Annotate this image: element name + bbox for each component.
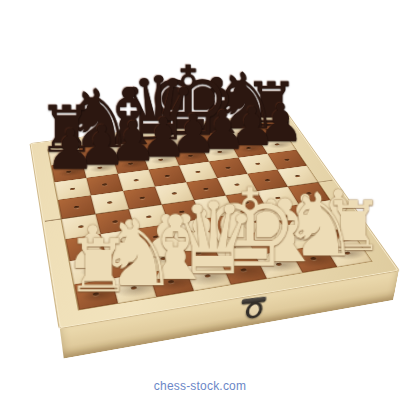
square-b1: [112, 273, 157, 304]
square-g3: [267, 205, 311, 229]
square-g2: [278, 224, 323, 250]
board-squares: [48, 121, 371, 310]
square-f2: [245, 229, 290, 256]
watermark: chess-stock.com: [0, 379, 400, 393]
square-a1: [74, 278, 118, 309]
clasp-latch-icon: [239, 296, 266, 321]
square-h3: [299, 200, 343, 224]
square-h2: [311, 219, 357, 245]
square-f1: [256, 250, 303, 278]
chess-set-photo: ♜♞♝♛♚♝♞♜♟♟♟♟♟♟♟♟♟♟♟♟♟♟♟♟♜♞♝♛♚♝♞♜ chess-s…: [0, 0, 400, 400]
square-b3: [101, 229, 142, 256]
square-e3: [202, 214, 245, 239]
square-d1: [185, 261, 231, 291]
square-a3: [65, 234, 105, 261]
square-d3: [169, 219, 211, 245]
square-g1: [290, 245, 337, 273]
square-c3: [135, 224, 177, 250]
chess-board: [30, 112, 398, 328]
square-f3: [235, 209, 278, 234]
square-b5: [91, 191, 129, 214]
square-e2: [211, 234, 255, 261]
square-e1: [221, 256, 267, 285]
square-d4: [162, 200, 203, 224]
square-c2: [142, 245, 185, 273]
square-h4: [288, 182, 330, 204]
square-b2: [106, 250, 149, 278]
square-c4: [129, 205, 169, 229]
square-a2: [70, 255, 112, 284]
square-c1: [149, 267, 194, 297]
square-b4: [96, 209, 136, 234]
square-h1: [324, 239, 372, 266]
square-d2: [177, 239, 221, 266]
